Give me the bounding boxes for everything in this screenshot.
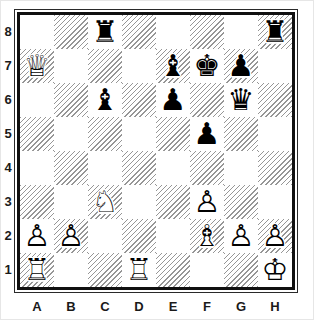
square-g5 bbox=[224, 117, 258, 151]
piece-glyph: ♙ bbox=[224, 219, 258, 253]
square-e8 bbox=[156, 15, 190, 49]
square-c3: ♞♘ bbox=[88, 185, 122, 219]
square-b8 bbox=[54, 15, 88, 49]
black-pawn: ♟♟ bbox=[156, 83, 190, 117]
square-b4 bbox=[54, 151, 88, 185]
file-label: B bbox=[54, 298, 88, 316]
white-rook: ♜♖ bbox=[20, 253, 54, 287]
piece-glyph: ♙ bbox=[190, 185, 224, 219]
file-label: E bbox=[156, 298, 190, 316]
piece-glyph: ♘ bbox=[88, 185, 122, 219]
square-d2 bbox=[122, 219, 156, 253]
square-g8 bbox=[224, 15, 258, 49]
black-bishop: ♝♝ bbox=[88, 83, 122, 117]
square-a7: ♛♕ bbox=[20, 49, 54, 83]
rank-label: 5 bbox=[2, 117, 14, 151]
piece-glyph: ♛ bbox=[224, 83, 258, 117]
rank-label: 4 bbox=[2, 151, 14, 185]
square-d8 bbox=[122, 15, 156, 49]
square-c6: ♝♝ bbox=[88, 83, 122, 117]
square-h1: ♚♔ bbox=[258, 253, 292, 287]
file-label: G bbox=[224, 298, 258, 316]
black-king: ♚♚ bbox=[190, 49, 224, 83]
piece-glyph: ♙ bbox=[54, 219, 88, 253]
rank-label: 3 bbox=[2, 185, 14, 219]
square-f7: ♚♚ bbox=[190, 49, 224, 83]
square-a2: ♟♙ bbox=[20, 219, 54, 253]
chess-diagram: 8 7 6 5 4 3 2 1 ♜♜♜♜♛♕♝♝♚♚♟♟♝♝♟♟♛♛♟♟♞♘♟♙… bbox=[0, 0, 314, 320]
piece-glyph: ♗ bbox=[190, 219, 224, 253]
square-d7 bbox=[122, 49, 156, 83]
rank-label: 2 bbox=[2, 219, 14, 253]
white-king: ♚♔ bbox=[258, 253, 292, 287]
square-h8: ♜♜ bbox=[258, 15, 292, 49]
square-c1 bbox=[88, 253, 122, 287]
white-pawn: ♟♙ bbox=[54, 219, 88, 253]
square-e3 bbox=[156, 185, 190, 219]
square-a8 bbox=[20, 15, 54, 49]
piece-glyph: ♜ bbox=[88, 15, 122, 49]
square-a6 bbox=[20, 83, 54, 117]
square-h7 bbox=[258, 49, 292, 83]
piece-glyph: ♔ bbox=[258, 253, 292, 287]
chess-board: ♜♜♜♜♛♕♝♝♚♚♟♟♝♝♟♟♛♛♟♟♞♘♟♙♟♙♟♙♝♗♟♙♟♙♜♖♜♖♚♔ bbox=[20, 15, 292, 287]
black-pawn: ♟♟ bbox=[224, 49, 258, 83]
square-f5: ♟♟ bbox=[190, 117, 224, 151]
file-label: D bbox=[122, 298, 156, 316]
square-d5 bbox=[122, 117, 156, 151]
white-pawn: ♟♙ bbox=[258, 219, 292, 253]
square-h4 bbox=[258, 151, 292, 185]
square-e6: ♟♟ bbox=[156, 83, 190, 117]
square-d6 bbox=[122, 83, 156, 117]
black-bishop: ♝♝ bbox=[156, 49, 190, 83]
white-bishop: ♝♗ bbox=[190, 219, 224, 253]
square-e4 bbox=[156, 151, 190, 185]
white-pawn: ♟♙ bbox=[224, 219, 258, 253]
black-rook: ♜♜ bbox=[88, 15, 122, 49]
piece-glyph: ♝ bbox=[156, 49, 190, 83]
white-queen: ♛♕ bbox=[20, 49, 54, 83]
rank-label: 6 bbox=[2, 83, 14, 117]
piece-glyph: ♕ bbox=[20, 49, 54, 83]
square-b5 bbox=[54, 117, 88, 151]
square-b1 bbox=[54, 253, 88, 287]
square-g7: ♟♟ bbox=[224, 49, 258, 83]
white-knight: ♞♘ bbox=[88, 185, 122, 219]
file-labels: A B C D E F G H bbox=[20, 298, 292, 316]
square-f3: ♟♙ bbox=[190, 185, 224, 219]
white-pawn: ♟♙ bbox=[20, 219, 54, 253]
square-a5 bbox=[20, 117, 54, 151]
black-rook: ♜♜ bbox=[258, 15, 292, 49]
square-g2: ♟♙ bbox=[224, 219, 258, 253]
square-c5 bbox=[88, 117, 122, 151]
square-e7: ♝♝ bbox=[156, 49, 190, 83]
piece-glyph: ♟ bbox=[190, 117, 224, 151]
piece-glyph: ♖ bbox=[122, 253, 156, 287]
file-label: F bbox=[190, 298, 224, 316]
square-c7 bbox=[88, 49, 122, 83]
black-queen: ♛♛ bbox=[224, 83, 258, 117]
square-e2 bbox=[156, 219, 190, 253]
square-h3 bbox=[258, 185, 292, 219]
square-b2: ♟♙ bbox=[54, 219, 88, 253]
square-d4 bbox=[122, 151, 156, 185]
square-g4 bbox=[224, 151, 258, 185]
square-b7 bbox=[54, 49, 88, 83]
piece-glyph: ♚ bbox=[190, 49, 224, 83]
square-a1: ♜♖ bbox=[20, 253, 54, 287]
square-h2: ♟♙ bbox=[258, 219, 292, 253]
square-d1: ♜♖ bbox=[122, 253, 156, 287]
square-f2: ♝♗ bbox=[190, 219, 224, 253]
square-c8: ♜♜ bbox=[88, 15, 122, 49]
rank-label: 8 bbox=[2, 15, 14, 49]
rank-labels: 8 7 6 5 4 3 2 1 bbox=[2, 15, 14, 287]
rank-label: 1 bbox=[2, 253, 14, 287]
square-b6 bbox=[54, 83, 88, 117]
square-c4 bbox=[88, 151, 122, 185]
square-b3 bbox=[54, 185, 88, 219]
file-label: H bbox=[258, 298, 292, 316]
board-inner-frame: ♜♜♜♜♛♕♝♝♚♚♟♟♝♝♟♟♛♛♟♟♞♘♟♙♟♙♟♙♝♗♟♙♟♙♜♖♜♖♚♔ bbox=[17, 12, 295, 290]
file-label: C bbox=[88, 298, 122, 316]
piece-glyph: ♟ bbox=[156, 83, 190, 117]
square-e1 bbox=[156, 253, 190, 287]
white-rook: ♜♖ bbox=[122, 253, 156, 287]
square-f4 bbox=[190, 151, 224, 185]
piece-glyph: ♟ bbox=[224, 49, 258, 83]
rank-label: 7 bbox=[2, 49, 14, 83]
piece-glyph: ♙ bbox=[258, 219, 292, 253]
white-pawn: ♟♙ bbox=[190, 185, 224, 219]
file-label: A bbox=[20, 298, 54, 316]
black-pawn: ♟♟ bbox=[190, 117, 224, 151]
square-h5 bbox=[258, 117, 292, 151]
square-g1 bbox=[224, 253, 258, 287]
square-c2 bbox=[88, 219, 122, 253]
square-f6 bbox=[190, 83, 224, 117]
piece-glyph: ♖ bbox=[20, 253, 54, 287]
square-f1 bbox=[190, 253, 224, 287]
piece-glyph: ♝ bbox=[88, 83, 122, 117]
square-h6 bbox=[258, 83, 292, 117]
square-e5 bbox=[156, 117, 190, 151]
square-d3 bbox=[122, 185, 156, 219]
square-a4 bbox=[20, 151, 54, 185]
piece-glyph: ♜ bbox=[258, 15, 292, 49]
square-a3 bbox=[20, 185, 54, 219]
piece-glyph: ♙ bbox=[20, 219, 54, 253]
board-outer-frame: ♜♜♜♜♛♕♝♝♚♚♟♟♝♝♟♟♛♛♟♟♞♘♟♙♟♙♟♙♝♗♟♙♟♙♜♖♜♖♚♔ bbox=[14, 9, 298, 293]
square-g3 bbox=[224, 185, 258, 219]
square-f8 bbox=[190, 15, 224, 49]
square-g6: ♛♛ bbox=[224, 83, 258, 117]
